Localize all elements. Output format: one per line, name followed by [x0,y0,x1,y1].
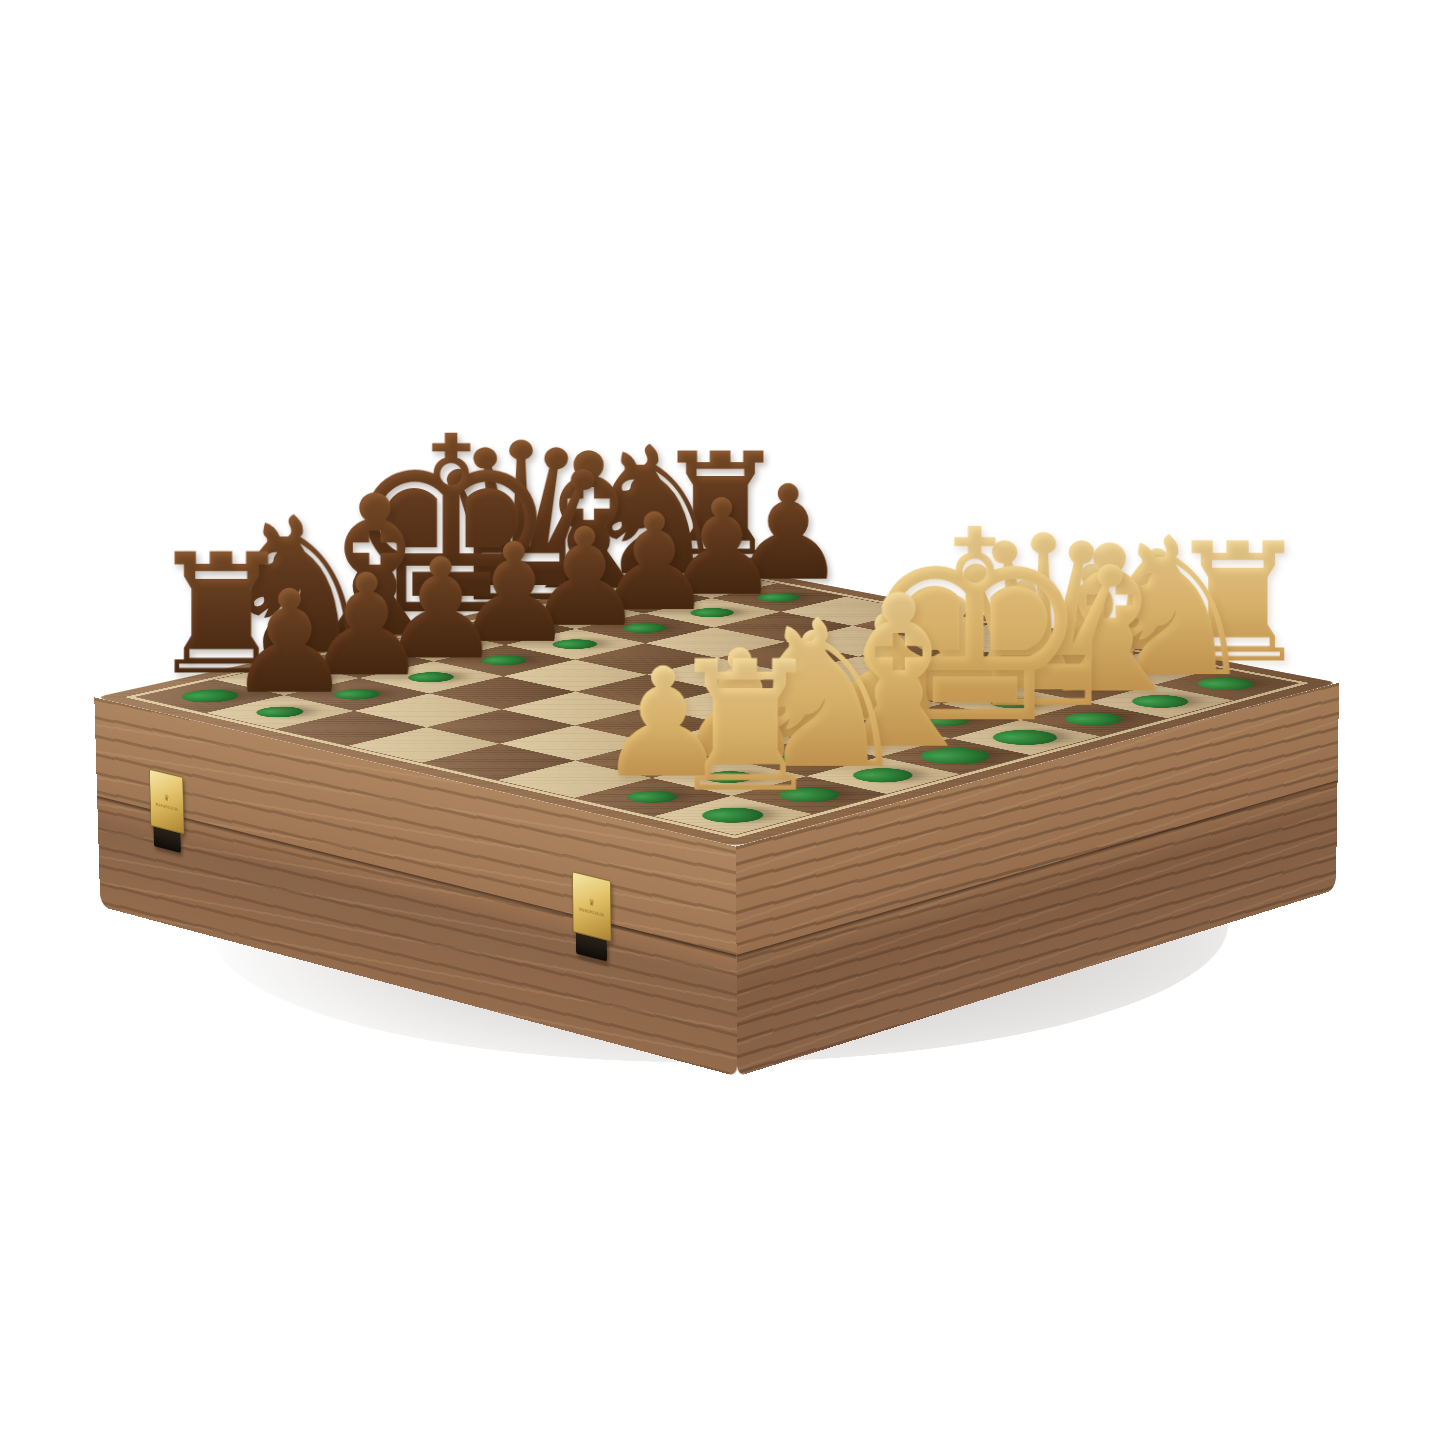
brass-clasp-plate: ♛ MANOPOULOS [149,769,184,834]
chess-case: ♛ MANOPOULOS ♛ MANOPOULOS [94,562,1339,846]
brass-clasp[interactable]: ♛ MANOPOULOS [149,769,183,854]
square-h5[interactable] [348,727,499,762]
brand-logo-icon: ♛ [164,793,169,802]
product-photo-scene: ♛ MANOPOULOS ♛ MANOPOULOS [0,0,1440,1440]
brass-clasp[interactable]: ♛ MANOPOULOS [572,871,610,962]
brand-engraving: MANOPOULOS [579,906,604,917]
brand-logo-icon: ♛ [589,898,595,908]
black-pawn-glyph: ♟ [137,572,442,714]
white-rook-glyph: ♜ [582,638,910,818]
camera-perspective: ♛ MANOPOULOS ♛ MANOPOULOS [0,0,1440,1440]
brand-engraving: MANOPOULOS [156,802,178,811]
brass-clasp-plate: ♛ MANOPOULOS [572,871,611,941]
